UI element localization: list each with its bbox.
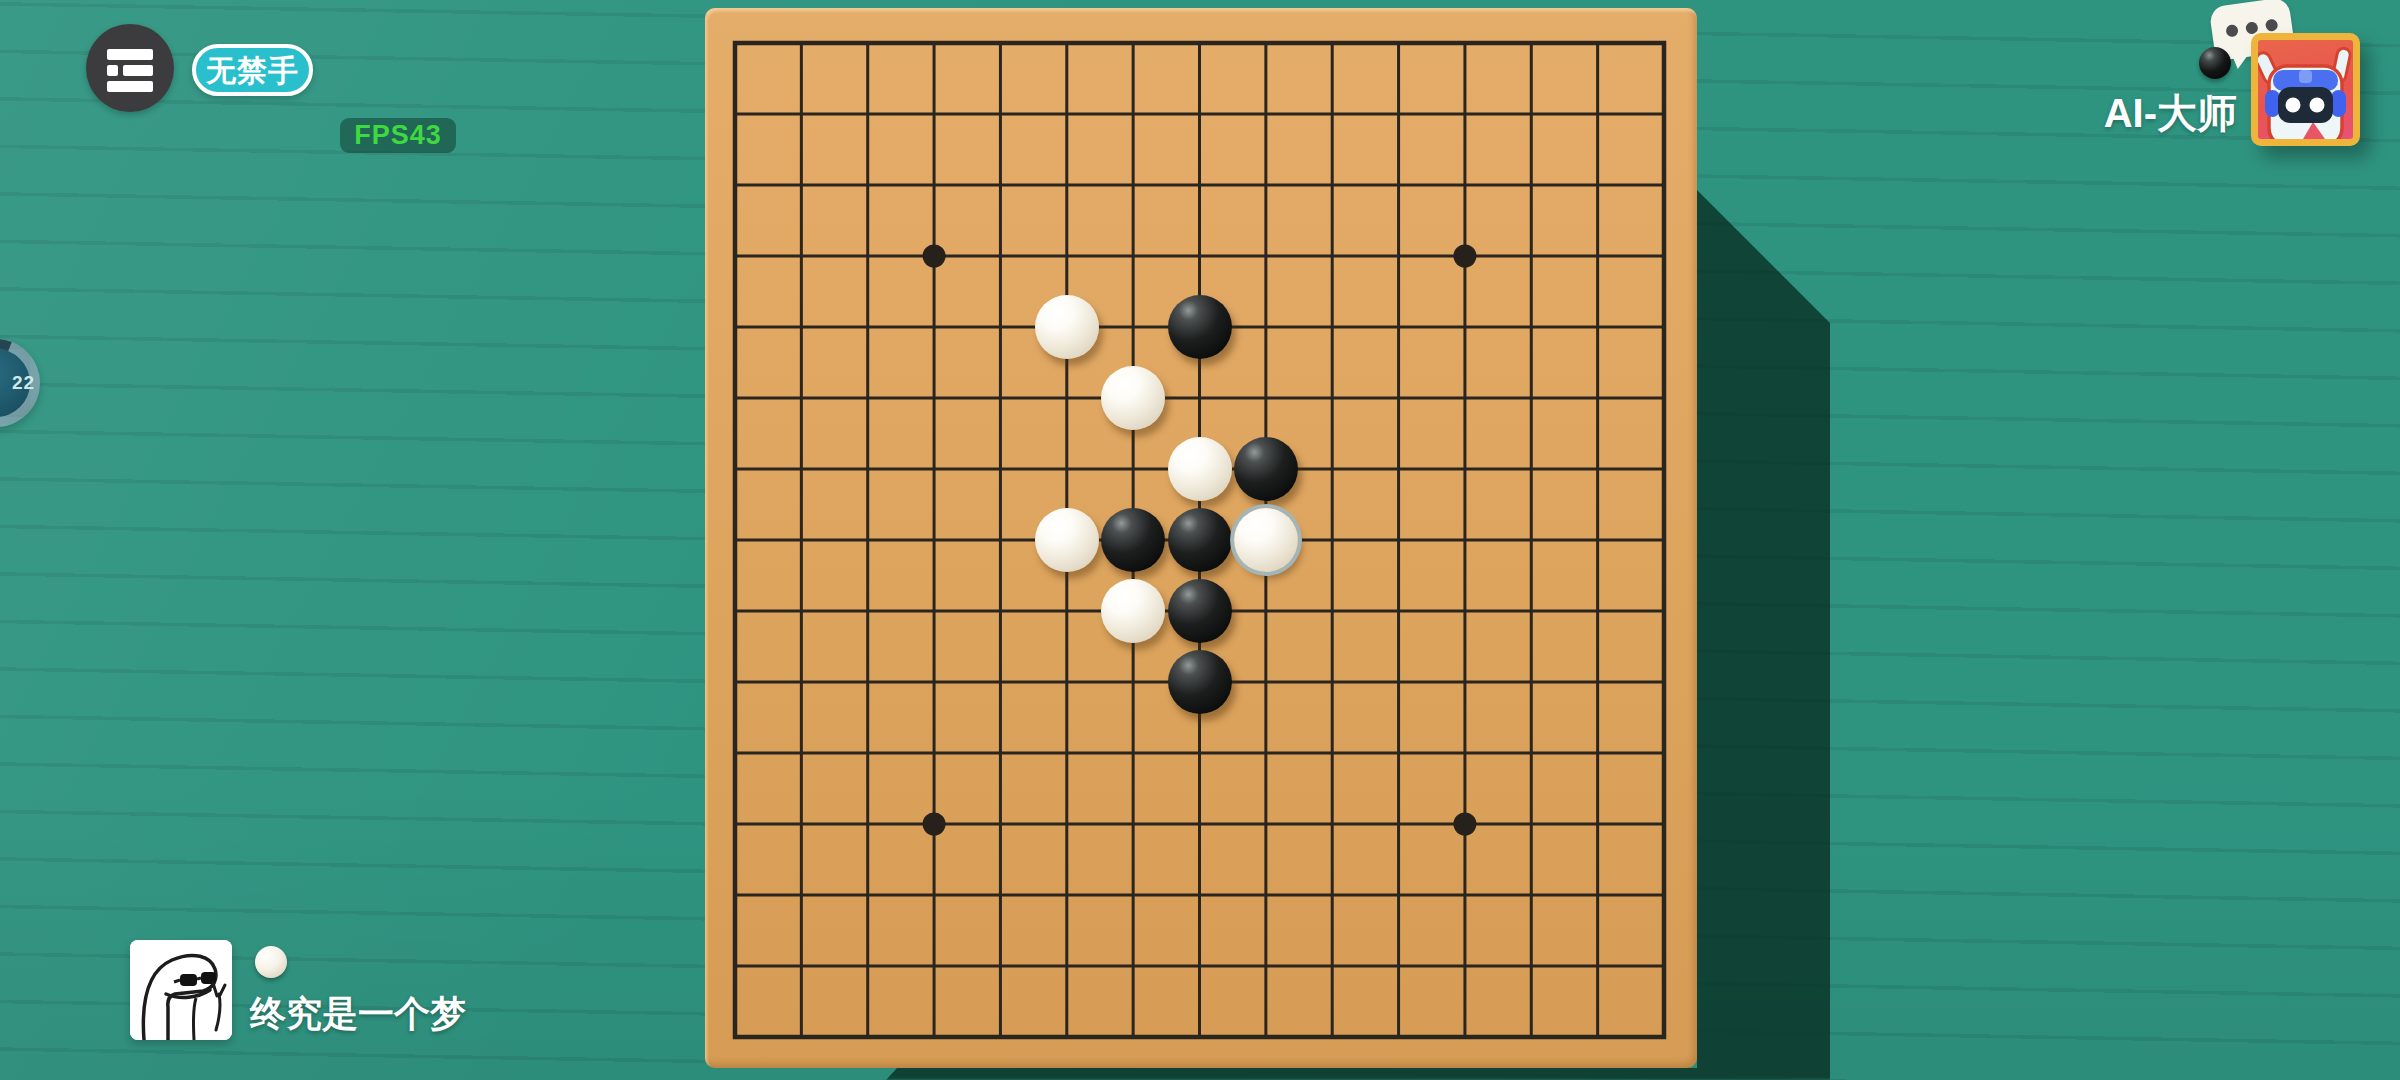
game-screen: 无禁手 FPS43 22 AI-大师 [0, 0, 2400, 1080]
opponent-name: AI-大师 [2104, 86, 2237, 141]
ai-avatar [2251, 33, 2360, 146]
move-counter-widget[interactable]: 22 [0, 339, 40, 427]
stone-white [1035, 508, 1099, 572]
player-chat-text: 终究是一个梦 [250, 990, 466, 1039]
opponent-stone-icon [2199, 47, 2231, 79]
stone-black [1168, 508, 1232, 572]
player-stone-icon [255, 946, 287, 978]
stone-white [1101, 579, 1165, 643]
rule-badge: 无禁手 [192, 44, 313, 96]
robot-icon [2258, 40, 2353, 139]
meme-face-icon [130, 940, 232, 1040]
menu-icon [107, 49, 153, 60]
stone-white [1168, 437, 1232, 501]
stone-black [1101, 508, 1165, 572]
stone-black [1168, 295, 1232, 359]
stone-white [1101, 366, 1165, 430]
stone-black [1168, 579, 1232, 643]
player-avatar [130, 940, 232, 1040]
fps-counter: FPS43 [340, 118, 456, 153]
gomoku-board[interactable] [705, 8, 1697, 1068]
stone-black [1168, 650, 1232, 714]
stones-layer [705, 8, 1697, 1068]
move-counter-value: 22 [12, 372, 35, 394]
menu-button[interactable] [86, 24, 174, 112]
stone-white-last-move [1234, 508, 1298, 572]
stone-white [1035, 295, 1099, 359]
stone-black [1234, 437, 1298, 501]
